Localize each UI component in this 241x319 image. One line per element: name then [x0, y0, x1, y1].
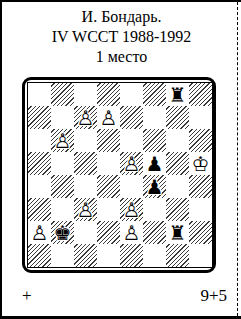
- white-pawn-fill: ♟: [120, 221, 143, 244]
- square-c7: ♟♙: [74, 106, 97, 129]
- square-a4: [28, 175, 51, 198]
- black-rook-g2: ♜: [166, 221, 189, 244]
- square-f6: [143, 129, 166, 152]
- square-f3: [143, 198, 166, 221]
- square-e1: [120, 244, 143, 267]
- square-c8: [74, 83, 97, 106]
- white-pawn-e2: ♙: [120, 221, 143, 244]
- white-pawn-fill: ♟: [97, 106, 120, 129]
- square-a6: [28, 129, 51, 152]
- square-d6: [97, 129, 120, 152]
- white-pawn-fill: ♟: [74, 198, 97, 221]
- white-king-fill: ♚: [189, 152, 212, 175]
- square-e4: [120, 175, 143, 198]
- square-b4: [51, 175, 74, 198]
- square-g8: ♜♜: [166, 83, 189, 106]
- square-f8: [143, 83, 166, 106]
- problem-footer: + 9+5: [2, 286, 241, 306]
- square-h3: [189, 198, 212, 221]
- problem-header: И. Бондарь. IV WCCT 1988-1992 1 место: [2, 2, 241, 67]
- square-h1: [189, 244, 212, 267]
- square-c4: [74, 175, 97, 198]
- square-a1: [28, 244, 51, 267]
- square-d4: [97, 175, 120, 198]
- square-f2: [143, 221, 166, 244]
- white-pawn-fill: ♟: [120, 152, 143, 175]
- black-pawn-fill: ♟: [143, 152, 166, 175]
- square-b8: [51, 83, 74, 106]
- white-pawn-fill: ♟: [51, 129, 74, 152]
- square-g2: ♜♜: [166, 221, 189, 244]
- square-g7: [166, 106, 189, 129]
- square-d2: [97, 221, 120, 244]
- black-rook-fill: ♜: [166, 221, 189, 244]
- white-pawn-d7: ♙: [97, 106, 120, 129]
- white-pawn-fill: ♟: [120, 198, 143, 221]
- white-pawn-fill: ♟: [74, 106, 97, 129]
- square-g1: [166, 244, 189, 267]
- white-pawn-c3: ♙: [74, 198, 97, 221]
- white-pawn-c7: ♙: [74, 106, 97, 129]
- book-page-cell: И. Бондарь. IV WCCT 1988-1992 1 место ♜♜…: [0, 0, 241, 319]
- square-b5: [51, 152, 74, 175]
- square-c6: [74, 129, 97, 152]
- chessboard-frame: ♜♜♟♙♟♙♟♙♟♙♟♟♚♔♟♟♟♙♟♙♟♙♚♚♟♙♜♜: [22, 77, 216, 273]
- black-pawn-fill: ♟: [143, 175, 166, 198]
- black-pawn-f4: ♟: [143, 175, 166, 198]
- square-b2: ♚♚: [51, 221, 74, 244]
- square-a3: [28, 198, 51, 221]
- square-g3: [166, 198, 189, 221]
- square-a2: ♟♙: [28, 221, 51, 244]
- square-f1: [143, 244, 166, 267]
- white-pawn-e3: ♙: [120, 198, 143, 221]
- stipulation-text: +: [22, 286, 32, 306]
- square-b3: [51, 198, 74, 221]
- square-a7: [28, 106, 51, 129]
- square-a8: [28, 83, 51, 106]
- black-rook-g8: ♜: [166, 83, 189, 106]
- square-h7: [189, 106, 212, 129]
- white-pawn-b6: ♙: [51, 129, 74, 152]
- square-h6: [189, 129, 212, 152]
- square-g6: [166, 129, 189, 152]
- chessboard: ♜♜♟♙♟♙♟♙♟♙♟♟♚♔♟♟♟♙♟♙♟♙♚♚♟♙♜♜: [27, 82, 213, 268]
- square-e2: ♟♙: [120, 221, 143, 244]
- white-pawn-fill: ♟: [28, 221, 51, 244]
- black-king-b2: ♚: [51, 221, 74, 244]
- square-e6: [120, 129, 143, 152]
- material-count: 9+5: [200, 286, 227, 306]
- square-f5: ♟♟: [143, 152, 166, 175]
- square-f4: ♟♟: [143, 175, 166, 198]
- black-king-fill: ♚: [51, 221, 74, 244]
- square-d1: [97, 244, 120, 267]
- square-g5: [166, 152, 189, 175]
- square-h8: [189, 83, 212, 106]
- square-c5: [74, 152, 97, 175]
- white-king-h5: ♔: [189, 152, 212, 175]
- page-divider-dashed: [237, 2, 238, 316]
- white-pawn-e5: ♙: [120, 152, 143, 175]
- black-rook-fill: ♜: [166, 83, 189, 106]
- square-d5: [97, 152, 120, 175]
- square-d7: ♟♙: [97, 106, 120, 129]
- square-f7: [143, 106, 166, 129]
- square-h4: [189, 175, 212, 198]
- square-c2: [74, 221, 97, 244]
- square-c1: [74, 244, 97, 267]
- square-c3: ♟♙: [74, 198, 97, 221]
- square-e7: [120, 106, 143, 129]
- square-d8: [97, 83, 120, 106]
- award-text: 1 место: [2, 47, 241, 67]
- square-g4: [166, 175, 189, 198]
- black-pawn-f5: ♟: [143, 152, 166, 175]
- white-pawn-a2: ♙: [28, 221, 51, 244]
- square-a5: [28, 152, 51, 175]
- square-h2: [189, 221, 212, 244]
- tourney-name: IV WCCT 1988-1992: [2, 27, 241, 47]
- square-b1: [51, 244, 74, 267]
- square-b6: ♟♙: [51, 129, 74, 152]
- square-h5: ♚♔: [189, 152, 212, 175]
- square-e3: ♟♙: [120, 198, 143, 221]
- author-name: И. Бондарь.: [2, 7, 241, 27]
- square-b7: [51, 106, 74, 129]
- square-d3: [97, 198, 120, 221]
- square-e5: ♟♙: [120, 152, 143, 175]
- square-e8: [120, 83, 143, 106]
